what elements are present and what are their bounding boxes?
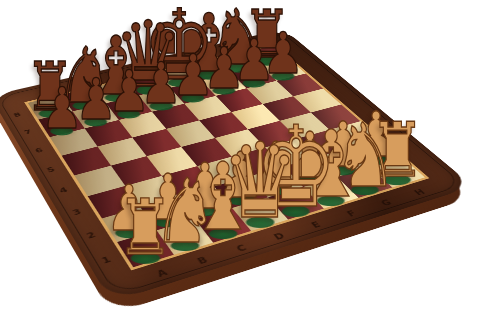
piece-white-rook[interactable]: ♜ [117,189,174,266]
chess-set-photo: ABCDEFGH 12345678 ♜♞♝♛♚♝♞♜♟♟♟♟♟♟♟♟♟♟♟♟♟♟… [0,0,480,331]
square-a5[interactable] [62,146,111,175]
square-b5[interactable] [97,138,146,166]
piece-black-pawn[interactable]: ♟ [41,80,83,137]
